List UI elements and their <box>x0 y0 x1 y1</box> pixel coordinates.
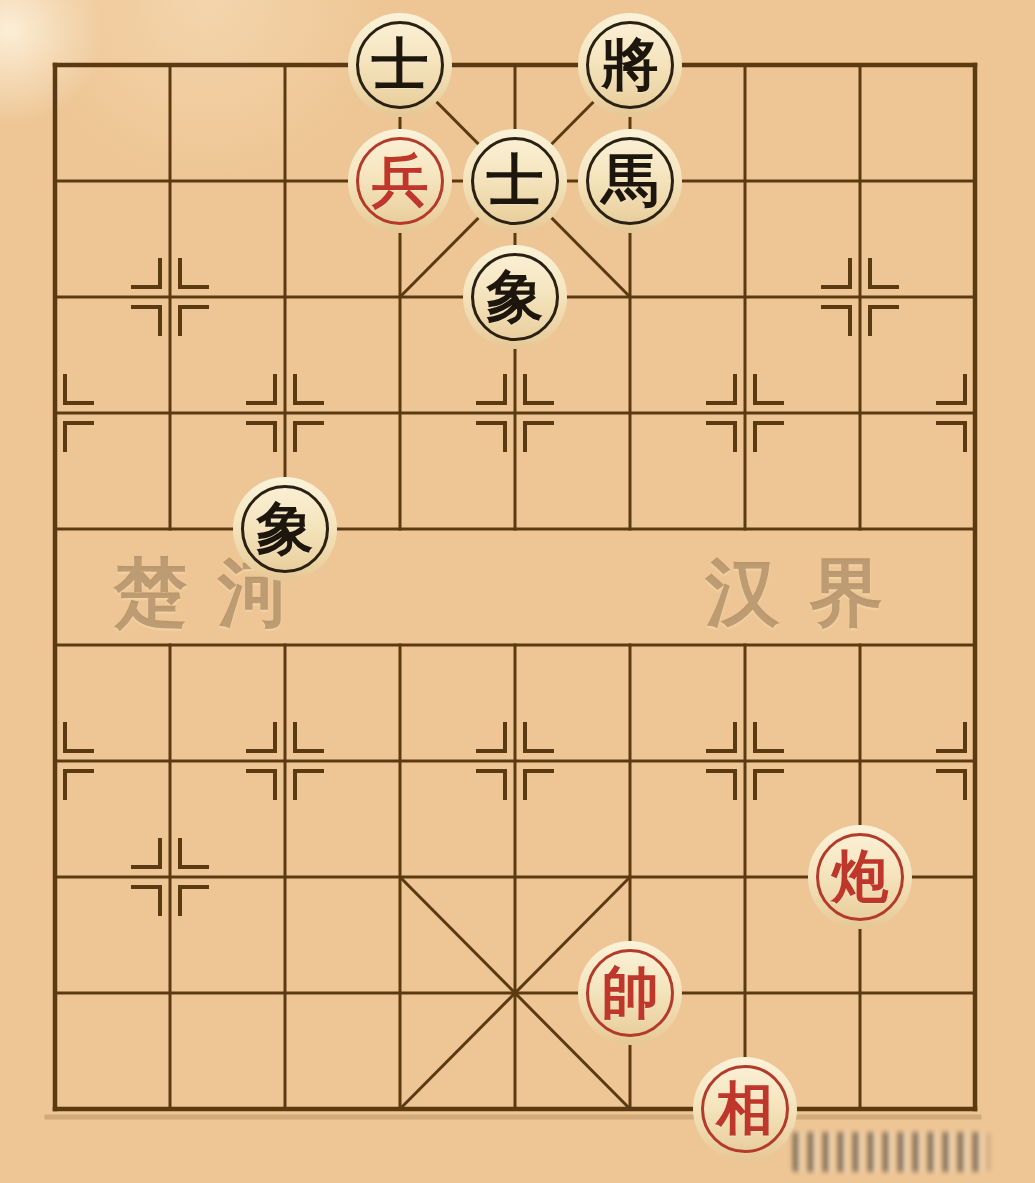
piece-black-advisor[interactable]: 士 <box>348 13 452 117</box>
black-advisor-glyph: 士 <box>372 36 429 93</box>
piece-red-general[interactable]: 帥 <box>578 941 682 1045</box>
red-general-glyph: 帥 <box>602 964 659 1021</box>
piece-black-elephant[interactable]: 象 <box>463 245 567 349</box>
pieces-layer: 士將兵士馬象象炮帥相 <box>0 7 1033 1167</box>
piece-black-elephant[interactable]: 象 <box>233 477 337 581</box>
black-horse-glyph: 馬 <box>602 152 659 209</box>
black-elephant-glyph: 象 <box>487 268 544 325</box>
piece-black-general[interactable]: 將 <box>578 13 682 117</box>
piece-red-cannon[interactable]: 炮 <box>808 825 912 929</box>
xiangqi-board: 楚河 汉界 士將兵士馬象象炮帥相 <box>0 0 1035 1183</box>
red-soldier-glyph: 兵 <box>372 152 429 209</box>
red-elephant-glyph: 相 <box>717 1080 774 1137</box>
black-elephant-glyph: 象 <box>257 500 314 557</box>
piece-red-elephant[interactable]: 相 <box>693 1057 797 1161</box>
red-cannon-glyph: 炮 <box>832 848 889 905</box>
black-advisor-glyph: 士 <box>487 152 544 209</box>
piece-black-horse[interactable]: 馬 <box>578 129 682 233</box>
black-general-glyph: 將 <box>602 36 659 93</box>
piece-black-advisor[interactable]: 士 <box>463 129 567 233</box>
piece-red-soldier[interactable]: 兵 <box>348 129 452 233</box>
